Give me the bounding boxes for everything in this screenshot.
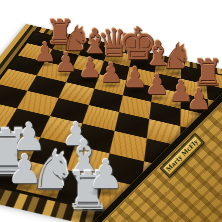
chess-set-photo: Marty McFly ♜♞♝♛♚♝♞♜♟♟♟♟♟♟♟♟♜♟♟♞♟♝♜♟: [0, 0, 222, 222]
copper-pawn[interactable]: ♟: [99, 59, 123, 86]
copper-pawn[interactable]: ♟: [144, 71, 169, 99]
copper-pawn[interactable]: ♟: [33, 39, 56, 65]
silver-pawn[interactable]: ♟: [88, 154, 124, 194]
copper-pawn[interactable]: ♟: [54, 49, 77, 75]
nameplate-text: Marty McFly: [165, 138, 200, 173]
copper-pawn[interactable]: ♟: [186, 85, 212, 114]
